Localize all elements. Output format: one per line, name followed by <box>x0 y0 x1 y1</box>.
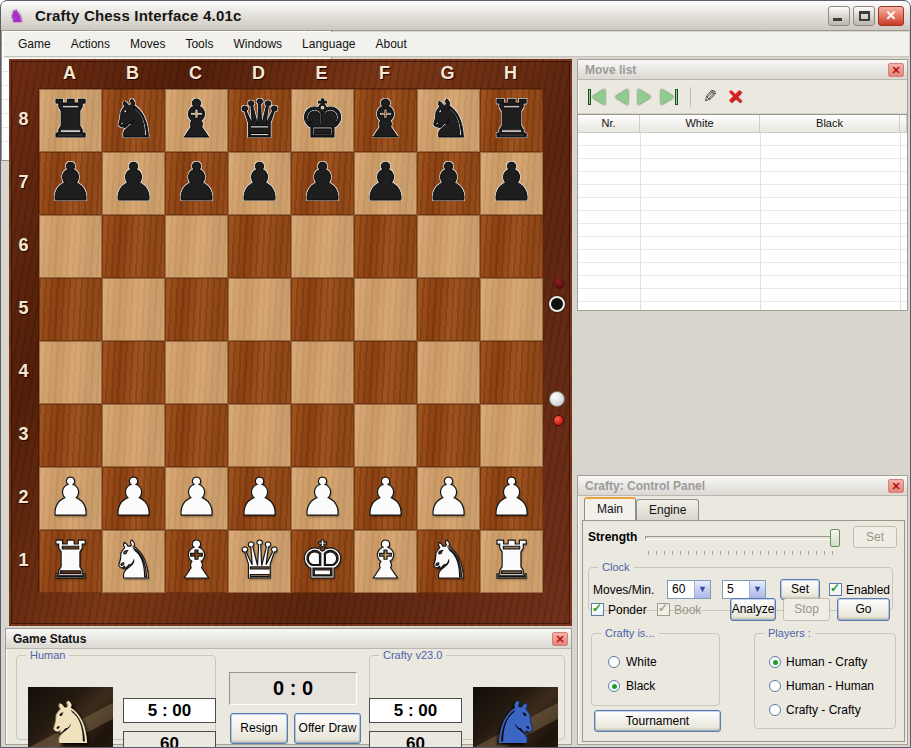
control-panel-title: Crafty: Control Panel <box>585 479 705 493</box>
app-window: ♞ Crafty Chess Interface 4.01c ✕ Game Ac… <box>0 0 911 748</box>
resign-button[interactable]: Resign <box>230 713 288 744</box>
square-c2[interactable]: ♟ <box>165 467 228 530</box>
piece-white-pawn: ♟ <box>228 467 291 530</box>
square-g5[interactable] <box>417 278 480 341</box>
ponder-checkbox[interactable]: ✓ <box>591 603 604 616</box>
minimize-icon <box>833 18 842 21</box>
piece-black-pawn: ♟ <box>102 152 165 215</box>
chess-board-panel: ABCDEFGH 87654321 ♜♞♝♛♚♝♞♜♟♟♟♟♟♟♟♟♟♟♟♟♟♟… <box>9 59 572 626</box>
pencil-icon: ✎ <box>703 86 717 107</box>
moves-min-label: Moves/Min. <box>593 583 654 597</box>
previous-move-icon <box>615 89 628 105</box>
square-b2[interactable]: ♟ <box>102 467 165 530</box>
file-label-h: H <box>479 59 542 88</box>
piece-white-pawn: ♟ <box>291 467 354 530</box>
piece-white-rook: ♜ <box>39 530 102 593</box>
piece-black-king: ♚ <box>291 89 354 152</box>
square-g8[interactable]: ♞ <box>417 89 480 152</box>
square-f1[interactable]: ♝ <box>354 530 417 593</box>
square-b6[interactable] <box>102 215 165 278</box>
strength-slider-ticks <box>648 551 838 555</box>
clock-set-button[interactable]: Set <box>780 579 820 600</box>
blue-knight-photo: ♞ <box>473 687 558 748</box>
tournament-button[interactable]: Tournament <box>594 710 721 732</box>
crafty-is-groupbox: Crafty is... White Black <box>591 633 720 706</box>
piece-black-knight: ♞ <box>102 89 165 152</box>
enabled-checkbox[interactable]: ✓ <box>829 583 842 596</box>
square-d1[interactable]: ♛ <box>228 530 291 593</box>
square-h2[interactable]: ♟ <box>480 467 543 530</box>
players-label: Players : <box>764 627 815 639</box>
menu-tools[interactable]: Tools <box>175 34 223 54</box>
square-e7[interactable]: ♟ <box>291 152 354 215</box>
black-side-indicator <box>549 296 565 312</box>
square-a7[interactable]: ♟ <box>39 152 102 215</box>
check-icon: ✓ <box>658 601 668 615</box>
last-move-button[interactable] <box>659 87 680 107</box>
piece-black-pawn: ♟ <box>228 152 291 215</box>
black-moves-display: 60 <box>369 731 462 748</box>
game-status-title-bar: Game Status ✕ <box>6 629 571 649</box>
square-h6[interactable] <box>480 215 543 278</box>
square-d4[interactable] <box>228 341 291 404</box>
column-nr[interactable]: Nr. <box>578 115 640 132</box>
players-groupbox: Players : Human - Crafty Human - Human C… <box>754 633 896 729</box>
square-h1[interactable]: ♜ <box>480 530 543 593</box>
control-panel-title-bar: Crafty: Control Panel ✕ <box>578 476 907 496</box>
move-list-header: Nr. White Black <box>578 114 907 132</box>
square-b7[interactable]: ♟ <box>102 152 165 215</box>
square-g6[interactable] <box>417 215 480 278</box>
piece-white-rook: ♜ <box>480 530 543 593</box>
file-label-d: D <box>227 59 290 88</box>
maximize-button[interactable] <box>853 6 875 26</box>
app-icon: ♞ <box>9 6 29 26</box>
blue-knight-icon: ♞ <box>473 687 558 748</box>
square-e2[interactable]: ♟ <box>291 467 354 530</box>
radio-crafty-crafty[interactable] <box>769 704 781 716</box>
piece-black-rook: ♜ <box>39 89 102 152</box>
radio-black-label[interactable]: Black <box>626 679 655 693</box>
menu-windows[interactable]: Windows <box>223 34 292 54</box>
piece-black-pawn: ♟ <box>165 152 228 215</box>
strength-slider-thumb[interactable] <box>830 529 840 547</box>
menu-language[interactable]: Language <box>292 34 365 54</box>
enabled-label: Enabled <box>846 583 890 597</box>
menu-actions[interactable]: Actions <box>61 34 120 54</box>
radio-black[interactable] <box>608 680 620 692</box>
square-g7[interactable]: ♟ <box>417 152 480 215</box>
square-f2[interactable]: ♟ <box>354 467 417 530</box>
edit-move-button[interactable]: ✎ <box>701 84 719 109</box>
piece-black-bishop: ♝ <box>165 89 228 152</box>
minutes-combobox[interactable]: 5 ▼ <box>722 580 766 599</box>
close-button[interactable]: ✕ <box>878 6 904 26</box>
strength-label: Strength <box>588 530 637 544</box>
piece-black-pawn: ♟ <box>417 152 480 215</box>
rank-label-2: 2 <box>9 466 38 529</box>
toolbar-separator <box>690 87 691 107</box>
piece-black-rook: ♜ <box>480 89 543 152</box>
moves-value: 60 <box>668 581 694 598</box>
piece-white-pawn: ♟ <box>417 467 480 530</box>
move-list-toolbar: ✎ ✕ <box>578 80 907 114</box>
square-c5[interactable] <box>165 278 228 341</box>
square-h5[interactable] <box>480 278 543 341</box>
file-labels: ABCDEFGH <box>38 59 542 88</box>
rank-label-5: 5 <box>9 277 38 340</box>
square-h7[interactable]: ♟ <box>480 152 543 215</box>
piece-white-bishop: ♝ <box>165 530 228 593</box>
move-list-panel: Move list ✕ ✎ ✕ Nr. White Black <box>577 59 908 311</box>
square-g3[interactable] <box>417 404 480 467</box>
square-e6[interactable] <box>291 215 354 278</box>
square-b5[interactable] <box>102 278 165 341</box>
menu-game[interactable]: Game <box>8 34 61 54</box>
square-h3[interactable] <box>480 404 543 467</box>
square-e8[interactable]: ♚ <box>291 89 354 152</box>
piece-white-king: ♚ <box>291 530 354 593</box>
piece-white-pawn: ♟ <box>480 467 543 530</box>
control-panel-tabs: Main Engine <box>584 499 699 520</box>
column-spare <box>900 115 907 132</box>
move-list-close-button[interactable]: ✕ <box>888 63 904 77</box>
file-label-b: B <box>101 59 164 88</box>
black-time-display: 5 : 00 <box>369 698 462 723</box>
human-groupbox: Human ♞ 5 : 00 60 <box>16 655 216 740</box>
white-side-indicator <box>549 391 565 407</box>
black-turn-lamp-off <box>554 278 565 289</box>
radio-human-crafty-label[interactable]: Human - Crafty <box>786 655 867 669</box>
piece-white-knight: ♞ <box>417 530 480 593</box>
piece-white-pawn: ♟ <box>165 467 228 530</box>
white-moves-display: 60 <box>123 731 216 748</box>
square-f6[interactable] <box>354 215 417 278</box>
square-e3[interactable] <box>291 404 354 467</box>
tab-engine[interactable]: Engine <box>636 499 699 520</box>
square-d5[interactable] <box>228 278 291 341</box>
piece-white-pawn: ♟ <box>102 467 165 530</box>
move-list-body[interactable] <box>578 132 907 310</box>
score-display: 0 : 0 <box>229 672 357 705</box>
square-e1[interactable]: ♚ <box>291 530 354 593</box>
piece-black-pawn: ♟ <box>480 152 543 215</box>
game-status-panel: Game Status ✕ Human ♞ 5 : 00 60 0 : 0 Re… <box>5 628 572 745</box>
file-label-c: C <box>164 59 227 88</box>
radio-white[interactable] <box>608 656 620 668</box>
piece-black-queen: ♛ <box>228 89 291 152</box>
radio-human-human[interactable] <box>769 680 781 692</box>
piece-white-bishop: ♝ <box>354 530 417 593</box>
menu-bar: Game Actions Moves Tools Windows Languag… <box>4 32 909 57</box>
strength-slider-track[interactable] <box>645 536 839 540</box>
file-label-f: F <box>353 59 416 88</box>
square-g4[interactable] <box>417 341 480 404</box>
square-f7[interactable]: ♟ <box>354 152 417 215</box>
control-panel-close-button[interactable]: ✕ <box>888 479 904 493</box>
clock-group-label: Clock <box>598 561 634 573</box>
check-icon: ✓ <box>830 581 840 595</box>
piece-black-pawn: ♟ <box>291 152 354 215</box>
rank-label-6: 6 <box>9 214 38 277</box>
chess-board: ♜♞♝♛♚♝♞♜♟♟♟♟♟♟♟♟♟♟♟♟♟♟♟♟♜♞♝♛♚♝♞♜ <box>38 88 542 592</box>
piece-white-pawn: ♟ <box>39 467 102 530</box>
square-a4[interactable] <box>39 341 102 404</box>
square-a8[interactable]: ♜ <box>39 89 102 152</box>
book-checkbox[interactable]: ✓ <box>657 603 670 616</box>
square-a3[interactable] <box>39 404 102 467</box>
go-button[interactable]: Go <box>837 598 890 621</box>
last-move-icon <box>661 89 674 105</box>
crafty-groupbox: Crafty v23.0 5 : 00 60 ♞ <box>369 655 565 740</box>
square-c7[interactable]: ♟ <box>165 152 228 215</box>
column-white[interactable]: White <box>640 115 760 132</box>
square-g1[interactable]: ♞ <box>417 530 480 593</box>
square-d6[interactable] <box>228 215 291 278</box>
analyze-button[interactable]: Analyze <box>730 598 776 621</box>
square-e5[interactable] <box>291 278 354 341</box>
maximize-icon <box>859 11 870 21</box>
piece-black-pawn: ♟ <box>39 152 102 215</box>
rank-label-4: 4 <box>9 340 38 403</box>
crafty-is-label: Crafty is... <box>601 627 659 639</box>
crafty-label: Crafty v23.0 <box>379 649 446 661</box>
square-b3[interactable] <box>102 404 165 467</box>
radio-human-human-label[interactable]: Human - Human <box>786 679 874 693</box>
rank-label-3: 3 <box>9 403 38 466</box>
radio-crafty-crafty-label[interactable]: Crafty - Crafty <box>786 703 861 717</box>
square-a2[interactable]: ♟ <box>39 467 102 530</box>
rank-label-1: 1 <box>9 529 38 592</box>
square-f4[interactable] <box>354 341 417 404</box>
delete-move-button[interactable]: ✕ <box>725 83 745 110</box>
next-move-button[interactable] <box>636 87 653 107</box>
offer-draw-button[interactable]: Offer Draw <box>294 713 361 744</box>
square-f3[interactable] <box>354 404 417 467</box>
piece-white-pawn: ♟ <box>354 467 417 530</box>
square-b8[interactable]: ♞ <box>102 89 165 152</box>
column-black[interactable]: Black <box>760 115 900 132</box>
delete-x-icon: ✕ <box>727 85 743 108</box>
white-knight-icon: ♞ <box>28 687 113 748</box>
radio-white-label[interactable]: White <box>626 655 657 669</box>
file-label-a: A <box>38 59 101 88</box>
square-b4[interactable] <box>102 341 165 404</box>
piece-white-knight: ♞ <box>102 530 165 593</box>
square-h8[interactable]: ♜ <box>480 89 543 152</box>
square-c3[interactable] <box>165 404 228 467</box>
square-e4[interactable] <box>291 341 354 404</box>
square-c1[interactable]: ♝ <box>165 530 228 593</box>
rank-labels: 87654321 <box>9 88 38 592</box>
piece-black-bishop: ♝ <box>354 89 417 152</box>
game-status-title: Game Status <box>13 632 86 646</box>
white-time-display: 5 : 00 <box>123 698 216 723</box>
game-status-close-button[interactable]: ✕ <box>552 632 568 646</box>
tab-main[interactable]: Main <box>584 497 636 520</box>
square-d7[interactable]: ♟ <box>228 152 291 215</box>
square-b1[interactable]: ♞ <box>102 530 165 593</box>
white-turn-lamp-on <box>553 415 564 426</box>
chevron-down-icon[interactable]: ▼ <box>749 581 765 598</box>
square-d3[interactable] <box>228 404 291 467</box>
stop-button[interactable]: Stop <box>783 598 830 621</box>
square-a6[interactable] <box>39 215 102 278</box>
first-move-button[interactable] <box>586 87 607 107</box>
menu-moves[interactable]: Moves <box>120 34 175 54</box>
square-f5[interactable] <box>354 278 417 341</box>
crafty-control-panel: Crafty: Control Panel ✕ Main Engine Stre… <box>577 475 908 745</box>
piece-black-pawn: ♟ <box>354 152 417 215</box>
piece-white-queen: ♛ <box>228 530 291 593</box>
first-move-icon <box>588 89 591 105</box>
square-c4[interactable] <box>165 341 228 404</box>
piece-black-knight: ♞ <box>417 89 480 152</box>
minimize-button[interactable] <box>828 6 850 26</box>
minutes-value: 5 <box>723 581 749 598</box>
square-c8[interactable]: ♝ <box>165 89 228 152</box>
square-d2[interactable]: ♟ <box>228 467 291 530</box>
square-a5[interactable] <box>39 278 102 341</box>
file-label-e: E <box>290 59 353 88</box>
rank-label-8: 8 <box>9 88 38 151</box>
radio-human-crafty[interactable] <box>769 656 781 668</box>
human-label: Human <box>26 649 69 661</box>
square-g2[interactable]: ♟ <box>417 467 480 530</box>
book-label: Book <box>674 603 701 617</box>
chevron-down-icon[interactable]: ▼ <box>694 581 710 598</box>
title-bar: ♞ Crafty Chess Interface 4.01c ✕ <box>1 1 910 31</box>
check-icon: ✓ <box>592 601 602 615</box>
square-c6[interactable] <box>165 215 228 278</box>
square-a1[interactable]: ♜ <box>39 530 102 593</box>
white-knight-photo: ♞ <box>28 687 113 748</box>
square-h4[interactable] <box>480 341 543 404</box>
previous-move-button[interactable] <box>613 87 630 107</box>
move-list-title: Move list <box>585 63 636 77</box>
ponder-label: Ponder <box>608 603 647 617</box>
moves-combobox[interactable]: 60 ▼ <box>667 580 711 599</box>
strength-set-button[interactable]: Set <box>853 526 897 548</box>
move-list-title-bar: Move list ✕ <box>578 60 907 80</box>
rank-label-7: 7 <box>9 151 38 214</box>
next-move-icon <box>638 89 651 105</box>
menu-about[interactable]: About <box>365 34 416 54</box>
window-title: Crafty Chess Interface 4.01c <box>35 7 242 24</box>
file-label-g: G <box>416 59 479 88</box>
square-d8[interactable]: ♛ <box>228 89 291 152</box>
square-f8[interactable]: ♝ <box>354 89 417 152</box>
